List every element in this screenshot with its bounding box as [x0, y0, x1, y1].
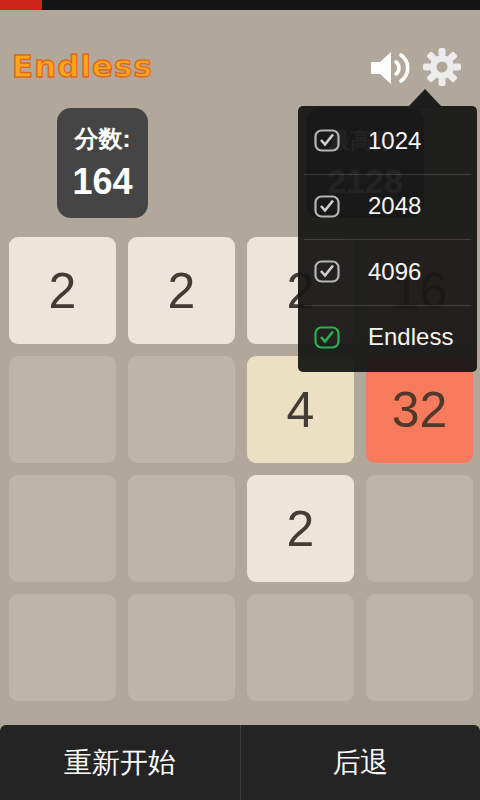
score-label: 分数: — [75, 123, 131, 155]
menu-item-label: 2048 — [368, 192, 421, 220]
menu-item-4096[interactable]: 4096 — [298, 239, 477, 305]
empty-cell — [128, 356, 235, 463]
tile-2: 2 — [247, 475, 354, 582]
menu-item-1024[interactable]: 1024 — [298, 108, 477, 174]
empty-cell — [128, 594, 235, 701]
empty-cell — [9, 356, 116, 463]
popup-arrow — [408, 89, 442, 107]
menu-item-label: 4096 — [368, 258, 421, 286]
empty-cell — [9, 594, 116, 701]
checkbox-icon — [314, 195, 340, 218]
tile-2: 2 — [9, 237, 116, 344]
empty-cell — [247, 594, 354, 701]
status-bar — [0, 0, 480, 10]
settings-button[interactable] — [419, 46, 465, 88]
restart-button[interactable]: 重新开始 — [0, 725, 240, 800]
tile-2: 2 — [128, 237, 235, 344]
menu-item-2048[interactable]: 2048 — [298, 174, 477, 240]
volume-button[interactable] — [368, 47, 414, 89]
tile-32: 32 — [366, 356, 473, 463]
gear-icon — [421, 46, 463, 88]
notification-indicator — [0, 0, 42, 10]
score-box: 分数: 164 — [57, 108, 148, 218]
empty-cell — [366, 475, 473, 582]
volume-icon — [368, 49, 414, 87]
checkbox-icon — [314, 260, 340, 283]
empty-cell — [9, 475, 116, 582]
back-button[interactable]: 后退 — [241, 725, 480, 800]
checkbox-icon — [314, 326, 340, 349]
page-title: Endless — [12, 48, 153, 84]
score-value: 164 — [72, 161, 132, 203]
settings-menu: 1024 2048 4096 Endless — [298, 106, 477, 372]
checkbox-icon — [314, 129, 340, 152]
empty-cell — [366, 594, 473, 701]
tile-4: 4 — [247, 356, 354, 463]
menu-item-endless[interactable]: Endless — [298, 305, 477, 371]
menu-item-label: 1024 — [368, 127, 421, 155]
bottom-bar: 重新开始 后退 — [0, 725, 480, 800]
app-screen: Endless — [0, 0, 480, 800]
empty-cell — [128, 475, 235, 582]
menu-item-label: Endless — [368, 323, 453, 351]
